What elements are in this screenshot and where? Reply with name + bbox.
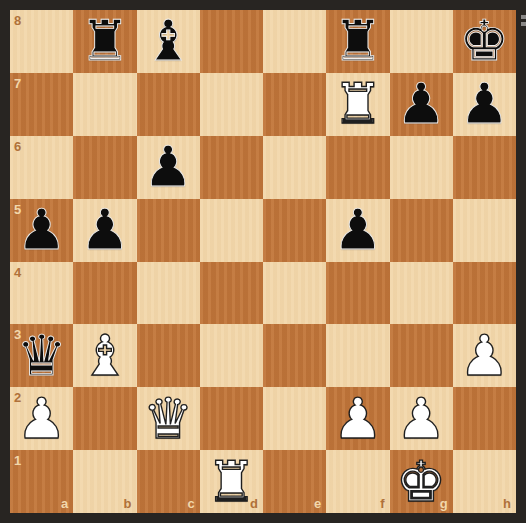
black-pawn[interactable]: ♟ (390, 73, 453, 136)
white-king[interactable]: ♚ (390, 450, 453, 513)
square-g5[interactable] (390, 199, 453, 262)
file-label-b: b (124, 497, 132, 510)
square-a5[interactable]: 5♟ (10, 199, 73, 262)
black-queen[interactable]: ♛ (10, 324, 73, 387)
square-a8[interactable]: 8 (10, 10, 73, 73)
rank-label-4: 4 (14, 266, 21, 279)
square-a7[interactable]: 7 (10, 73, 73, 136)
square-h2[interactable] (453, 387, 516, 450)
square-d5[interactable] (200, 199, 263, 262)
square-h5[interactable] (453, 199, 516, 262)
square-d7[interactable] (200, 73, 263, 136)
square-e7[interactable] (263, 73, 326, 136)
square-f5[interactable]: ♟ (326, 199, 389, 262)
white-pawn[interactable]: ♟ (390, 387, 453, 450)
square-a3[interactable]: 3♛ (10, 324, 73, 387)
square-b2[interactable] (73, 387, 136, 450)
square-e5[interactable] (263, 199, 326, 262)
square-a2[interactable]: 2♟ (10, 387, 73, 450)
square-d2[interactable] (200, 387, 263, 450)
square-d6[interactable] (200, 136, 263, 199)
white-pawn[interactable]: ♟ (326, 387, 389, 450)
square-h6[interactable] (453, 136, 516, 199)
square-d4[interactable] (200, 262, 263, 325)
file-label-f: f (380, 497, 384, 510)
square-h1[interactable]: h (453, 450, 516, 513)
black-pawn[interactable]: ♟ (10, 199, 73, 262)
square-b6[interactable] (73, 136, 136, 199)
square-f8[interactable]: ♜ (326, 10, 389, 73)
black-pawn[interactable]: ♟ (326, 199, 389, 262)
file-label-e: e (314, 497, 321, 510)
white-rook[interactable]: ♜ (200, 450, 263, 513)
square-a4[interactable]: 4 (10, 262, 73, 325)
black-king[interactable]: ♚ (453, 10, 516, 73)
square-c7[interactable] (137, 73, 200, 136)
square-d3[interactable] (200, 324, 263, 387)
square-c8[interactable]: ♝ (137, 10, 200, 73)
rank-label-6: 6 (14, 140, 21, 153)
settings-icon[interactable] (521, 14, 526, 27)
rank-label-8: 8 (14, 14, 21, 27)
square-h3[interactable]: ♟ (453, 324, 516, 387)
chess-board[interactable]: 8♜♝♜♚7♜♟♟6♟5♟♟♟43♛♝♟2♟♛♟♟1abcd♜efg♚h (10, 10, 516, 513)
square-c3[interactable] (137, 324, 200, 387)
square-b3[interactable]: ♝ (73, 324, 136, 387)
black-pawn[interactable]: ♟ (137, 136, 200, 199)
square-g4[interactable] (390, 262, 453, 325)
white-pawn[interactable]: ♟ (453, 324, 516, 387)
file-label-h: h (503, 497, 511, 510)
rank-label-7: 7 (14, 77, 21, 90)
black-rook[interactable]: ♜ (73, 10, 136, 73)
square-g6[interactable] (390, 136, 453, 199)
square-e6[interactable] (263, 136, 326, 199)
square-c4[interactable] (137, 262, 200, 325)
square-h8[interactable]: ♚ (453, 10, 516, 73)
square-h4[interactable] (453, 262, 516, 325)
white-queen[interactable]: ♛ (137, 387, 200, 450)
file-label-c: c (188, 497, 195, 510)
square-b7[interactable] (73, 73, 136, 136)
square-d1[interactable]: d♜ (200, 450, 263, 513)
white-pawn[interactable]: ♟ (10, 387, 73, 450)
square-h7[interactable]: ♟ (453, 73, 516, 136)
square-a6[interactable]: 6 (10, 136, 73, 199)
square-e2[interactable] (263, 387, 326, 450)
square-a1[interactable]: 1a (10, 450, 73, 513)
square-f3[interactable] (326, 324, 389, 387)
square-c1[interactable]: c (137, 450, 200, 513)
page-background: 8♜♝♜♚7♜♟♟6♟5♟♟♟43♛♝♟2♟♛♟♟1abcd♜efg♚h (0, 0, 526, 523)
square-c6[interactable]: ♟ (137, 136, 200, 199)
white-bishop[interactable]: ♝ (73, 324, 136, 387)
square-g3[interactable] (390, 324, 453, 387)
square-g8[interactable] (390, 10, 453, 73)
square-f1[interactable]: f (326, 450, 389, 513)
square-f7[interactable]: ♜ (326, 73, 389, 136)
square-b8[interactable]: ♜ (73, 10, 136, 73)
square-e3[interactable] (263, 324, 326, 387)
square-f6[interactable] (326, 136, 389, 199)
square-c5[interactable] (137, 199, 200, 262)
black-pawn[interactable]: ♟ (73, 199, 136, 262)
square-e4[interactable] (263, 262, 326, 325)
black-bishop[interactable]: ♝ (137, 10, 200, 73)
square-g2[interactable]: ♟ (390, 387, 453, 450)
black-rook[interactable]: ♜ (326, 10, 389, 73)
square-b4[interactable] (73, 262, 136, 325)
rank-label-1: 1 (14, 454, 21, 467)
square-g1[interactable]: g♚ (390, 450, 453, 513)
square-e8[interactable] (263, 10, 326, 73)
square-b1[interactable]: b (73, 450, 136, 513)
file-label-a: a (61, 497, 68, 510)
square-f2[interactable]: ♟ (326, 387, 389, 450)
square-e1[interactable]: e (263, 450, 326, 513)
black-pawn[interactable]: ♟ (453, 73, 516, 136)
white-rook[interactable]: ♜ (326, 73, 389, 136)
square-b5[interactable]: ♟ (73, 199, 136, 262)
square-g7[interactable]: ♟ (390, 73, 453, 136)
square-c2[interactable]: ♛ (137, 387, 200, 450)
square-f4[interactable] (326, 262, 389, 325)
square-d8[interactable] (200, 10, 263, 73)
